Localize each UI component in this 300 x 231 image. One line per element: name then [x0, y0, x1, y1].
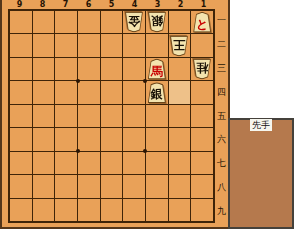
board-square[interactable]: 銀	[146, 81, 168, 103]
board-square[interactable]	[191, 199, 213, 221]
board-square[interactable]	[169, 58, 191, 80]
shogi-board: 987654321 金銀と王馬桂銀 一二三四五六七八九	[0, 0, 230, 229]
hoshi-dot	[143, 79, 147, 83]
board-square[interactable]	[78, 199, 100, 221]
board-square[interactable]	[123, 34, 145, 56]
board-square[interactable]	[191, 175, 213, 197]
board-square[interactable]	[146, 152, 168, 174]
rank-label: 三	[215, 57, 228, 81]
board-square[interactable]	[169, 11, 191, 33]
board-square[interactable]	[55, 152, 77, 174]
board-square[interactable]	[123, 105, 145, 127]
board-square[interactable]	[191, 152, 213, 174]
board-square[interactable]	[33, 152, 55, 174]
file-label: 2	[169, 0, 192, 9]
board-square[interactable]	[169, 175, 191, 197]
board-square[interactable]	[123, 128, 145, 150]
board-square[interactable]	[33, 105, 55, 127]
board-square[interactable]	[78, 34, 100, 56]
board-square[interactable]	[55, 58, 77, 80]
file-label: 6	[77, 0, 100, 9]
piece-glyph: 王	[173, 39, 185, 51]
board-square[interactable]	[55, 105, 77, 127]
board-square[interactable]	[33, 128, 55, 150]
board-square[interactable]	[101, 34, 123, 56]
board-square[interactable]	[78, 152, 100, 174]
file-label: 9	[8, 0, 31, 9]
board-square[interactable]: と	[191, 11, 213, 33]
board-square[interactable]	[146, 128, 168, 150]
board-square[interactable]	[191, 105, 213, 127]
piece-glyph: 桂	[196, 62, 208, 74]
board-square[interactable]	[10, 199, 32, 221]
board-square[interactable]	[123, 152, 145, 174]
board-square[interactable]	[123, 81, 145, 103]
sente-piece-stand: 先手	[228, 118, 294, 229]
board-square[interactable]	[55, 175, 77, 197]
board-square[interactable]	[55, 199, 77, 221]
board-square[interactable]	[78, 11, 100, 33]
piece-tokin[interactable]: と	[193, 12, 212, 33]
board-square[interactable]	[146, 34, 168, 56]
board-square[interactable]	[169, 199, 191, 221]
board-square[interactable]: 王	[169, 34, 191, 56]
rank-labels: 一二三四五六七八九	[215, 9, 228, 223]
file-label: 1	[192, 0, 215, 9]
board-grid: 金銀と王馬桂銀	[8, 9, 215, 223]
board-square[interactable]	[33, 175, 55, 197]
piece-horse[interactable]: 馬	[147, 59, 166, 80]
board-square[interactable]	[10, 34, 32, 56]
board-square[interactable]	[101, 152, 123, 174]
board-square[interactable]	[10, 11, 32, 33]
board-square[interactable]	[10, 58, 32, 80]
piece-glyph: と	[196, 17, 208, 29]
piece-silver[interactable]: 銀	[147, 82, 166, 103]
piece-glyph: 銀	[151, 88, 163, 100]
board-square[interactable]	[33, 11, 55, 33]
board-square[interactable]	[101, 81, 123, 103]
rank-label: 七	[215, 152, 228, 176]
board-square[interactable]	[33, 81, 55, 103]
rank-label: 一	[215, 9, 228, 33]
board-square[interactable]	[169, 105, 191, 127]
board-square[interactable]	[78, 81, 100, 103]
board-square[interactable]	[78, 128, 100, 150]
file-label: 4	[123, 0, 146, 9]
piece-gold[interactable]: 金	[125, 12, 144, 33]
board-square[interactable]	[191, 34, 213, 56]
board-square[interactable]	[33, 34, 55, 56]
rank-label: 六	[215, 128, 228, 152]
rank-label: 四	[215, 80, 228, 104]
rank-label: 五	[215, 104, 228, 128]
board-square[interactable]	[123, 58, 145, 80]
board-square[interactable]	[78, 58, 100, 80]
board-square[interactable]	[191, 81, 213, 103]
board-square[interactable]	[78, 175, 100, 197]
board-square[interactable]	[101, 11, 123, 33]
board-square[interactable]: 金	[123, 11, 145, 33]
board-square[interactable]	[101, 128, 123, 150]
board-square[interactable]	[101, 175, 123, 197]
file-labels: 987654321	[8, 0, 215, 9]
rank-label: 九	[215, 199, 228, 223]
board-square[interactable]	[10, 81, 32, 103]
file-label: 3	[146, 0, 169, 9]
board-square[interactable]: 銀	[146, 11, 168, 33]
highlighted-square[interactable]	[169, 81, 191, 103]
file-label: 5	[100, 0, 123, 9]
piece-face: 王	[171, 36, 188, 55]
board-square[interactable]	[123, 175, 145, 197]
board-square[interactable]	[55, 128, 77, 150]
sente-label: 先手	[250, 119, 272, 131]
board-square[interactable]	[101, 105, 123, 127]
board-square[interactable]	[10, 128, 32, 150]
file-label: 8	[31, 0, 54, 9]
board-square[interactable]	[10, 105, 32, 127]
hoshi-dot	[76, 79, 80, 83]
board-square[interactable]	[146, 105, 168, 127]
piece-glyph: 馬	[151, 64, 163, 76]
board-square[interactable]	[101, 58, 123, 80]
board-square[interactable]: 馬	[146, 58, 168, 80]
board-square[interactable]	[55, 81, 77, 103]
piece-knight[interactable]: 桂	[193, 59, 212, 80]
board-square[interactable]	[169, 128, 191, 150]
piece-glyph: 金	[128, 15, 140, 27]
board-square[interactable]	[123, 199, 145, 221]
board-square[interactable]	[191, 128, 213, 150]
board-square[interactable]	[146, 199, 168, 221]
board-square[interactable]	[10, 175, 32, 197]
board-square[interactable]	[101, 199, 123, 221]
board-square[interactable]	[33, 58, 55, 80]
board-square[interactable]	[78, 105, 100, 127]
board-square[interactable]	[169, 152, 191, 174]
board-square[interactable]	[55, 11, 77, 33]
piece-silver[interactable]: 銀	[147, 12, 166, 33]
rank-label: 八	[215, 175, 228, 199]
board-square[interactable]	[33, 199, 55, 221]
hoshi-dot	[143, 149, 147, 153]
board-square[interactable]	[146, 175, 168, 197]
rank-label: 二	[215, 33, 228, 57]
piece-glyph: 銀	[151, 15, 163, 27]
board-square[interactable]: 桂	[191, 58, 213, 80]
board-square[interactable]	[10, 152, 32, 174]
hoshi-dot	[76, 149, 80, 153]
piece-king[interactable]: 王	[170, 35, 189, 56]
file-label: 7	[54, 0, 77, 9]
board-square[interactable]	[55, 34, 77, 56]
